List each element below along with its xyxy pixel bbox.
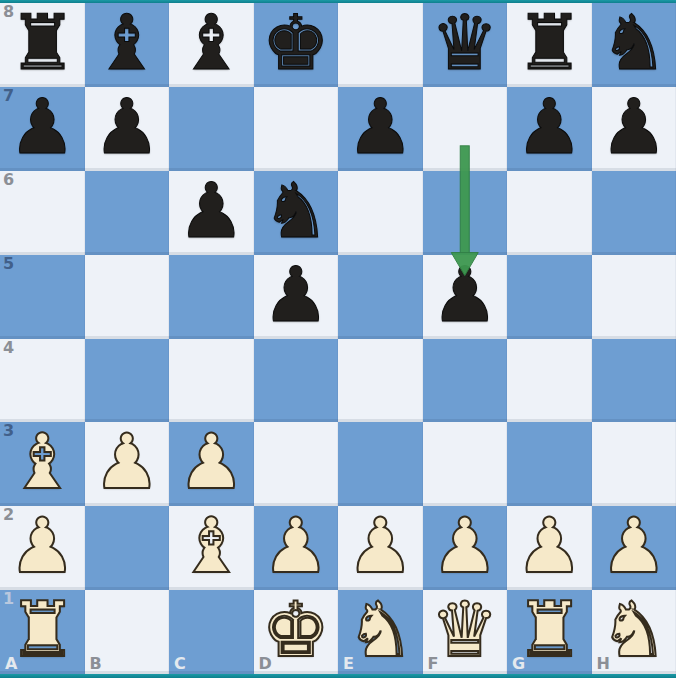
piece-white-knight-e1[interactable]: ♞: [346, 592, 414, 668]
square-b2[interactable]: [85, 506, 170, 590]
square-a1[interactable]: 1A♜: [0, 590, 85, 674]
square-f3[interactable]: [423, 422, 508, 506]
square-a2[interactable]: 2♟: [0, 506, 85, 590]
piece-black-pawn-h7[interactable]: ♟: [600, 89, 668, 165]
square-g4[interactable]: [507, 339, 592, 423]
square-g2[interactable]: ♟: [507, 506, 592, 590]
square-e8[interactable]: [338, 3, 423, 87]
piece-black-bishop-b8[interactable]: ♝: [93, 5, 161, 81]
square-h3[interactable]: [592, 422, 676, 506]
piece-black-pawn-c6[interactable]: ♟: [177, 173, 245, 249]
square-h7[interactable]: ♟: [592, 87, 676, 171]
square-f6[interactable]: [423, 171, 508, 255]
piece-black-pawn-b7[interactable]: ♟: [93, 89, 161, 165]
square-f4[interactable]: [423, 339, 508, 423]
square-f5[interactable]: ♟: [423, 255, 508, 339]
square-g6[interactable]: [507, 171, 592, 255]
square-b7[interactable]: ♟: [85, 87, 170, 171]
piece-black-pawn-e7[interactable]: ♟: [346, 89, 414, 165]
square-b3[interactable]: ♟: [85, 422, 170, 506]
piece-black-knight-h8[interactable]: ♞: [600, 5, 668, 81]
chess-board: 8♜♝♝♚♛♜♞7♟♟♟♟♟6♟♞5♟♟43♝♟♟2♟♝♟♟♟♟♟1A♜BCD♚…: [0, 3, 676, 674]
square-d2[interactable]: ♟: [254, 506, 339, 590]
piece-black-knight-d6[interactable]: ♞: [262, 173, 330, 249]
file-label-B: B: [90, 656, 102, 672]
square-e3[interactable]: [338, 422, 423, 506]
piece-black-queen-f8[interactable]: ♛: [431, 5, 499, 81]
square-h5[interactable]: [592, 255, 676, 339]
square-g1[interactable]: G♜: [507, 590, 592, 674]
square-b8[interactable]: ♝: [85, 3, 170, 87]
square-b6[interactable]: [85, 171, 170, 255]
square-a3[interactable]: 3♝: [0, 422, 85, 506]
square-g5[interactable]: [507, 255, 592, 339]
square-c2[interactable]: ♝: [169, 506, 254, 590]
square-h4[interactable]: [592, 339, 676, 423]
piece-white-queen-f1[interactable]: ♛: [431, 592, 499, 668]
piece-white-bishop-c2[interactable]: ♝: [177, 508, 245, 584]
piece-white-pawn-a2[interactable]: ♟: [8, 508, 76, 584]
rank-label-4: 4: [3, 340, 14, 356]
file-label-C: C: [174, 656, 186, 672]
piece-white-pawn-e2[interactable]: ♟: [346, 508, 414, 584]
piece-black-pawn-g7[interactable]: ♟: [515, 89, 583, 165]
piece-black-king-d8[interactable]: ♚: [262, 5, 330, 81]
square-a6[interactable]: 6: [0, 171, 85, 255]
square-h6[interactable]: [592, 171, 676, 255]
square-d4[interactable]: [254, 339, 339, 423]
square-h2[interactable]: ♟: [592, 506, 676, 590]
square-h1[interactable]: H♞: [592, 590, 676, 674]
square-c8[interactable]: ♝: [169, 3, 254, 87]
square-e1[interactable]: E♞: [338, 590, 423, 674]
piece-white-pawn-h2[interactable]: ♟: [600, 508, 668, 584]
rank-label-5: 5: [3, 256, 14, 272]
square-b5[interactable]: [85, 255, 170, 339]
piece-white-bishop-a3[interactable]: ♝: [8, 424, 76, 500]
square-d7[interactable]: [254, 87, 339, 171]
square-e4[interactable]: [338, 339, 423, 423]
square-a7[interactable]: 7♟: [0, 87, 85, 171]
square-c7[interactable]: [169, 87, 254, 171]
square-a8[interactable]: 8♜: [0, 3, 85, 87]
square-f8[interactable]: ♛: [423, 3, 508, 87]
square-a5[interactable]: 5: [0, 255, 85, 339]
bottom-frame-bar: [0, 674, 676, 678]
rank-label-6: 6: [3, 172, 14, 188]
piece-white-pawn-b3[interactable]: ♟: [93, 424, 161, 500]
square-e7[interactable]: ♟: [338, 87, 423, 171]
square-g8[interactable]: ♜: [507, 3, 592, 87]
square-a4[interactable]: 4: [0, 339, 85, 423]
piece-white-knight-h1[interactable]: ♞: [600, 592, 668, 668]
square-d6[interactable]: ♞: [254, 171, 339, 255]
piece-white-rook-a1[interactable]: ♜: [8, 592, 76, 668]
chess-board-screenshot: 8♜♝♝♚♛♜♞7♟♟♟♟♟6♟♞5♟♟43♝♟♟2♟♝♟♟♟♟♟1A♜BCD♚…: [0, 0, 676, 678]
piece-white-pawn-f2[interactable]: ♟: [431, 508, 499, 584]
square-g3[interactable]: [507, 422, 592, 506]
piece-black-pawn-a7[interactable]: ♟: [8, 89, 76, 165]
piece-white-pawn-d2[interactable]: ♟: [262, 508, 330, 584]
piece-white-pawn-c3[interactable]: ♟: [177, 424, 245, 500]
square-c1[interactable]: C: [169, 590, 254, 674]
square-e6[interactable]: [338, 171, 423, 255]
square-g7[interactable]: ♟: [507, 87, 592, 171]
square-d8[interactable]: ♚: [254, 3, 339, 87]
piece-white-rook-g1[interactable]: ♜: [515, 592, 583, 668]
square-c3[interactable]: ♟: [169, 422, 254, 506]
square-h8[interactable]: ♞: [592, 3, 676, 87]
square-c5[interactable]: [169, 255, 254, 339]
piece-white-pawn-g2[interactable]: ♟: [515, 508, 583, 584]
square-e5[interactable]: [338, 255, 423, 339]
square-d1[interactable]: D♚: [254, 590, 339, 674]
piece-black-rook-a8[interactable]: ♜: [8, 5, 76, 81]
square-c6[interactable]: ♟: [169, 171, 254, 255]
square-f2[interactable]: ♟: [423, 506, 508, 590]
piece-black-pawn-d5[interactable]: ♟: [262, 257, 330, 333]
square-e2[interactable]: ♟: [338, 506, 423, 590]
square-c4[interactable]: [169, 339, 254, 423]
piece-black-bishop-c8[interactable]: ♝: [177, 5, 245, 81]
square-f7[interactable]: [423, 87, 508, 171]
piece-white-king-d1[interactable]: ♚: [262, 592, 330, 668]
square-b1[interactable]: B: [85, 590, 170, 674]
square-d3[interactable]: [254, 422, 339, 506]
piece-black-pawn-f5[interactable]: ♟: [431, 257, 499, 333]
square-b4[interactable]: [85, 339, 170, 423]
square-f1[interactable]: F♛: [423, 590, 508, 674]
piece-black-rook-g8[interactable]: ♜: [515, 5, 583, 81]
square-d5[interactable]: ♟: [254, 255, 339, 339]
